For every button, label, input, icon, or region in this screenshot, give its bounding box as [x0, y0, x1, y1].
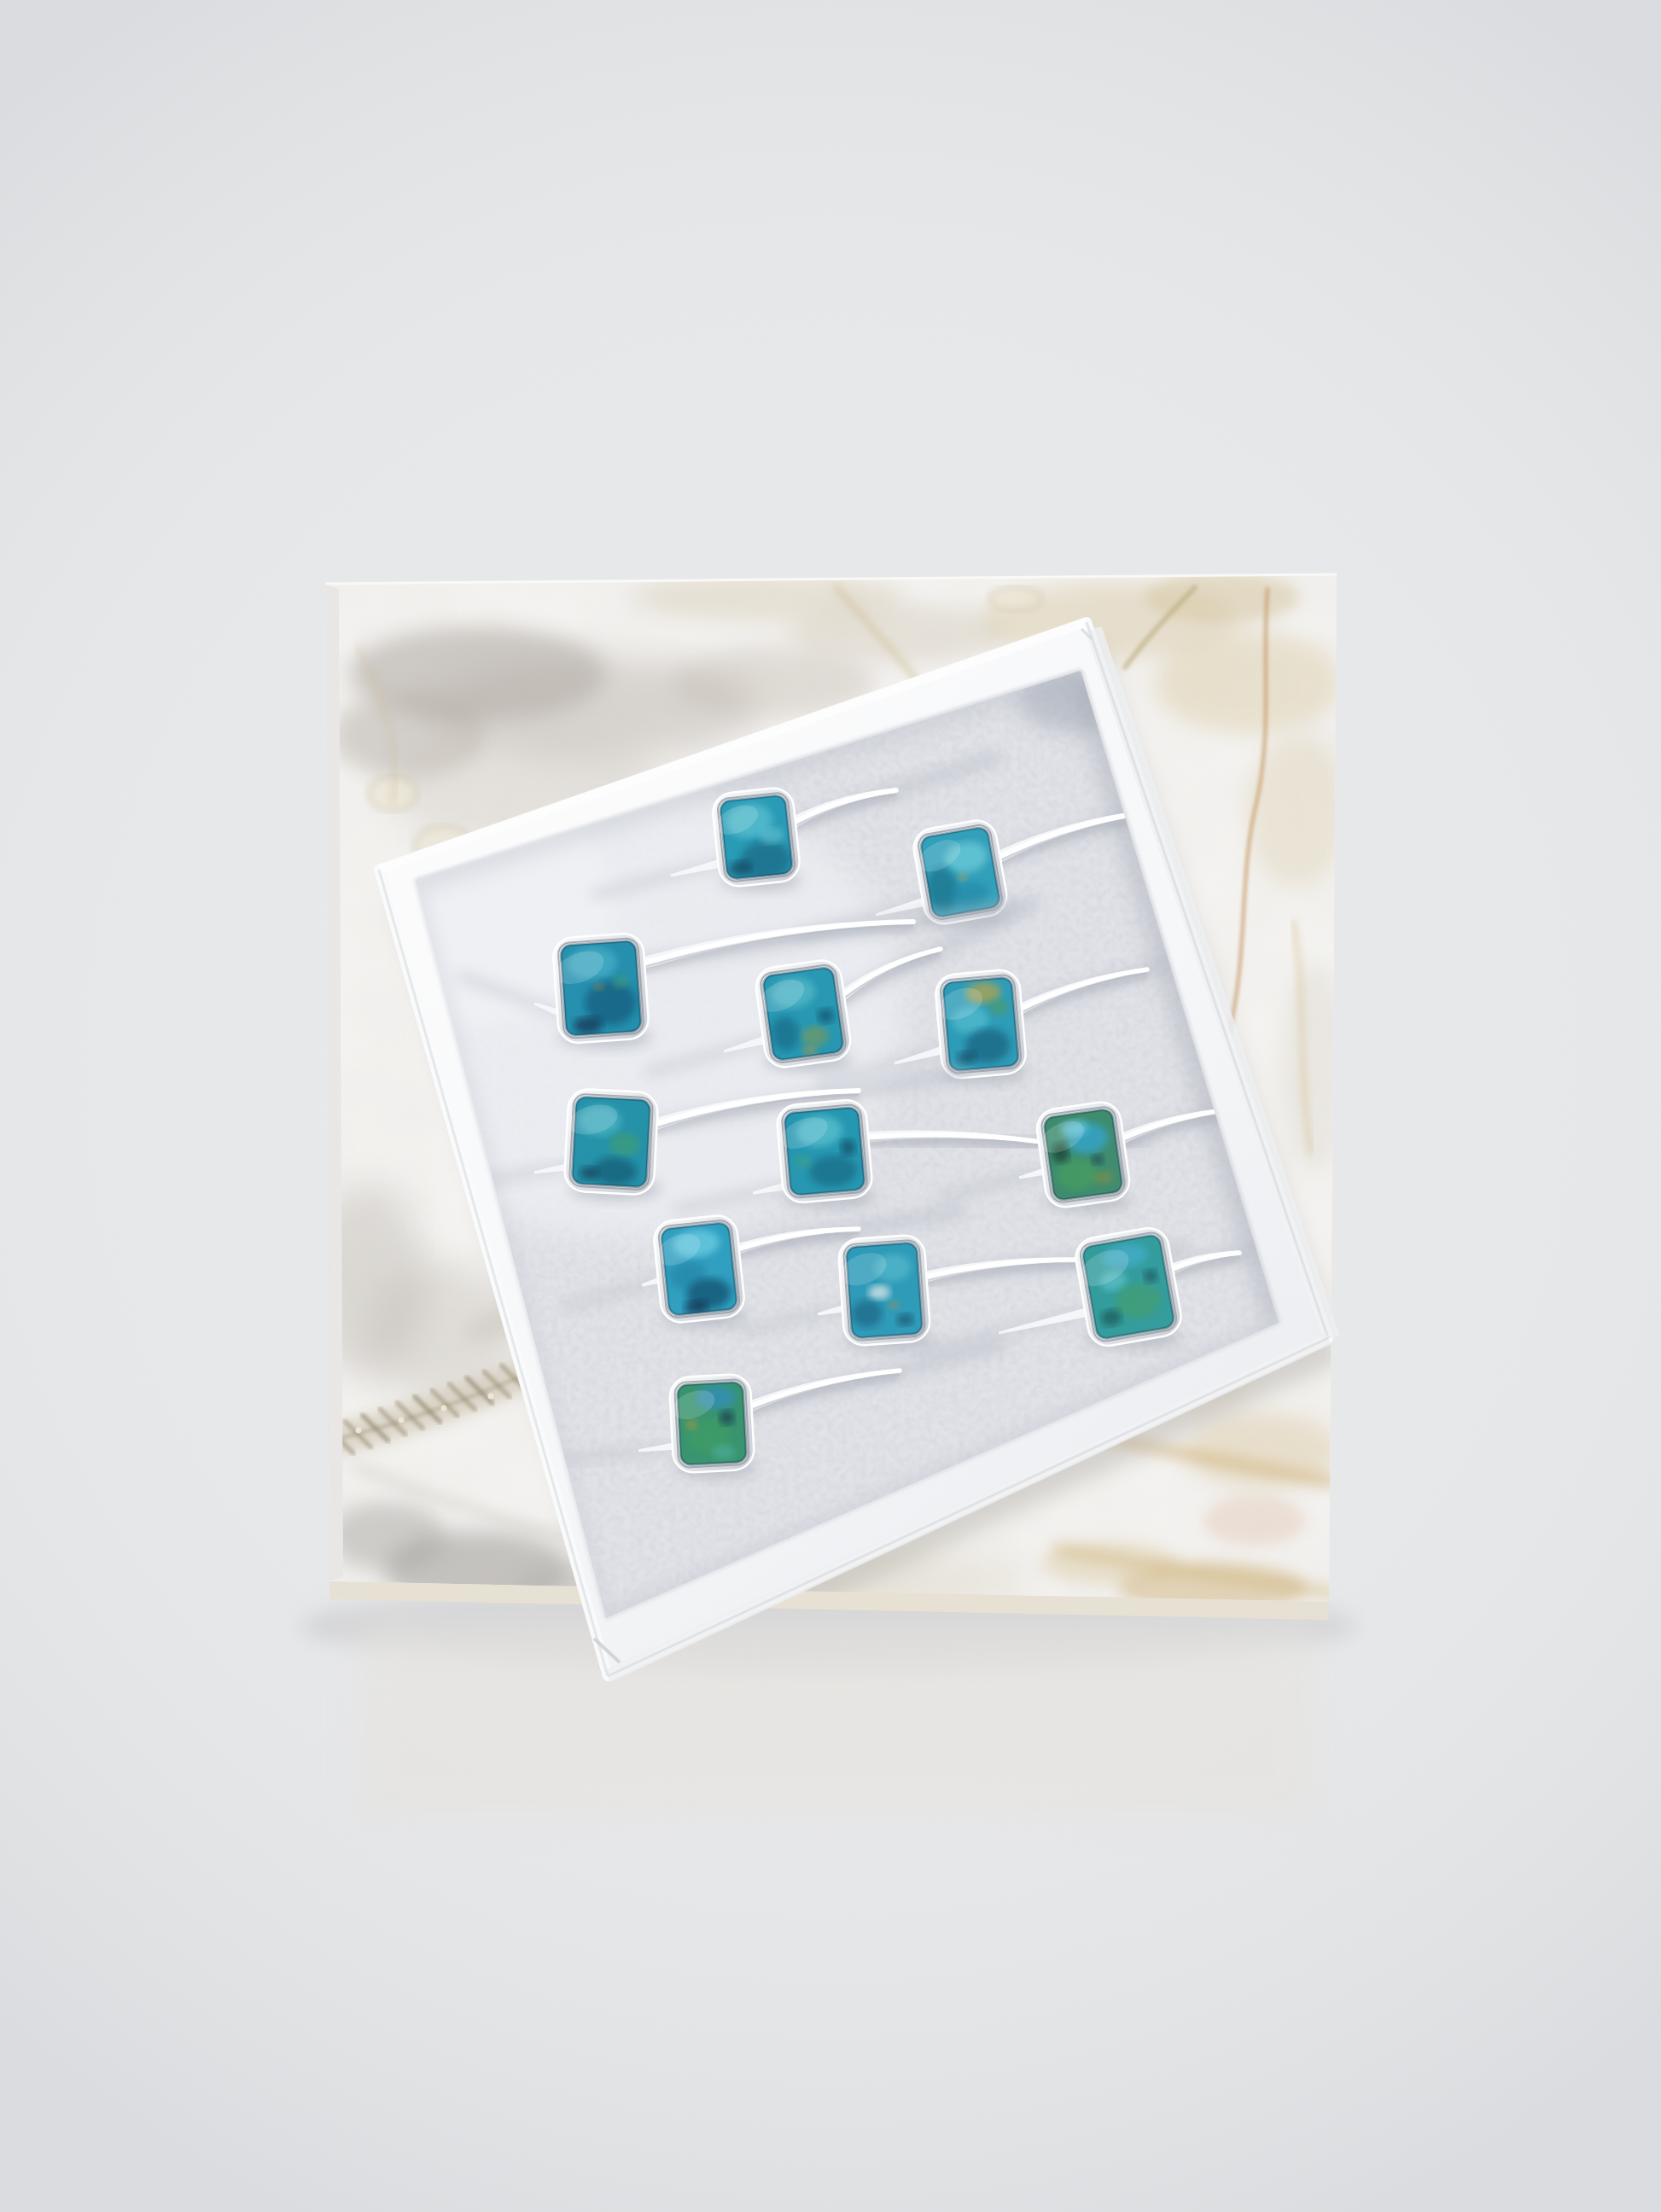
- photo-svg: [0, 0, 1661, 2212]
- photo-stage: [0, 0, 1661, 2212]
- vignette-overlay: [0, 0, 1661, 2212]
